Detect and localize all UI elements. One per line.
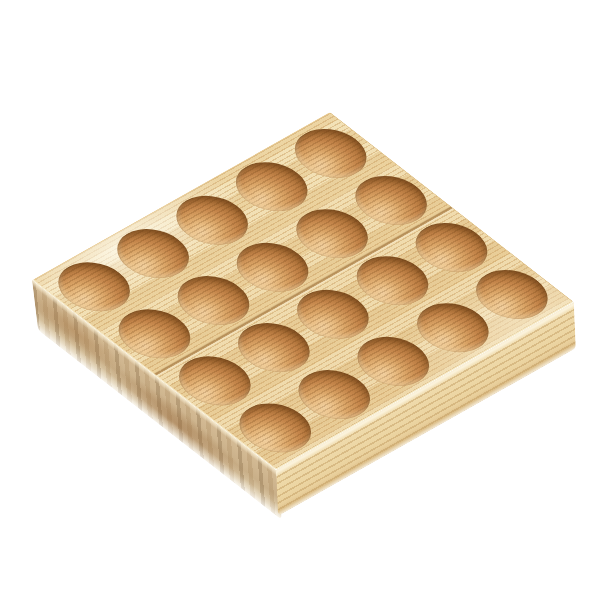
pit-board-top-face [32, 112, 574, 470]
photo-canvas [0, 0, 600, 600]
